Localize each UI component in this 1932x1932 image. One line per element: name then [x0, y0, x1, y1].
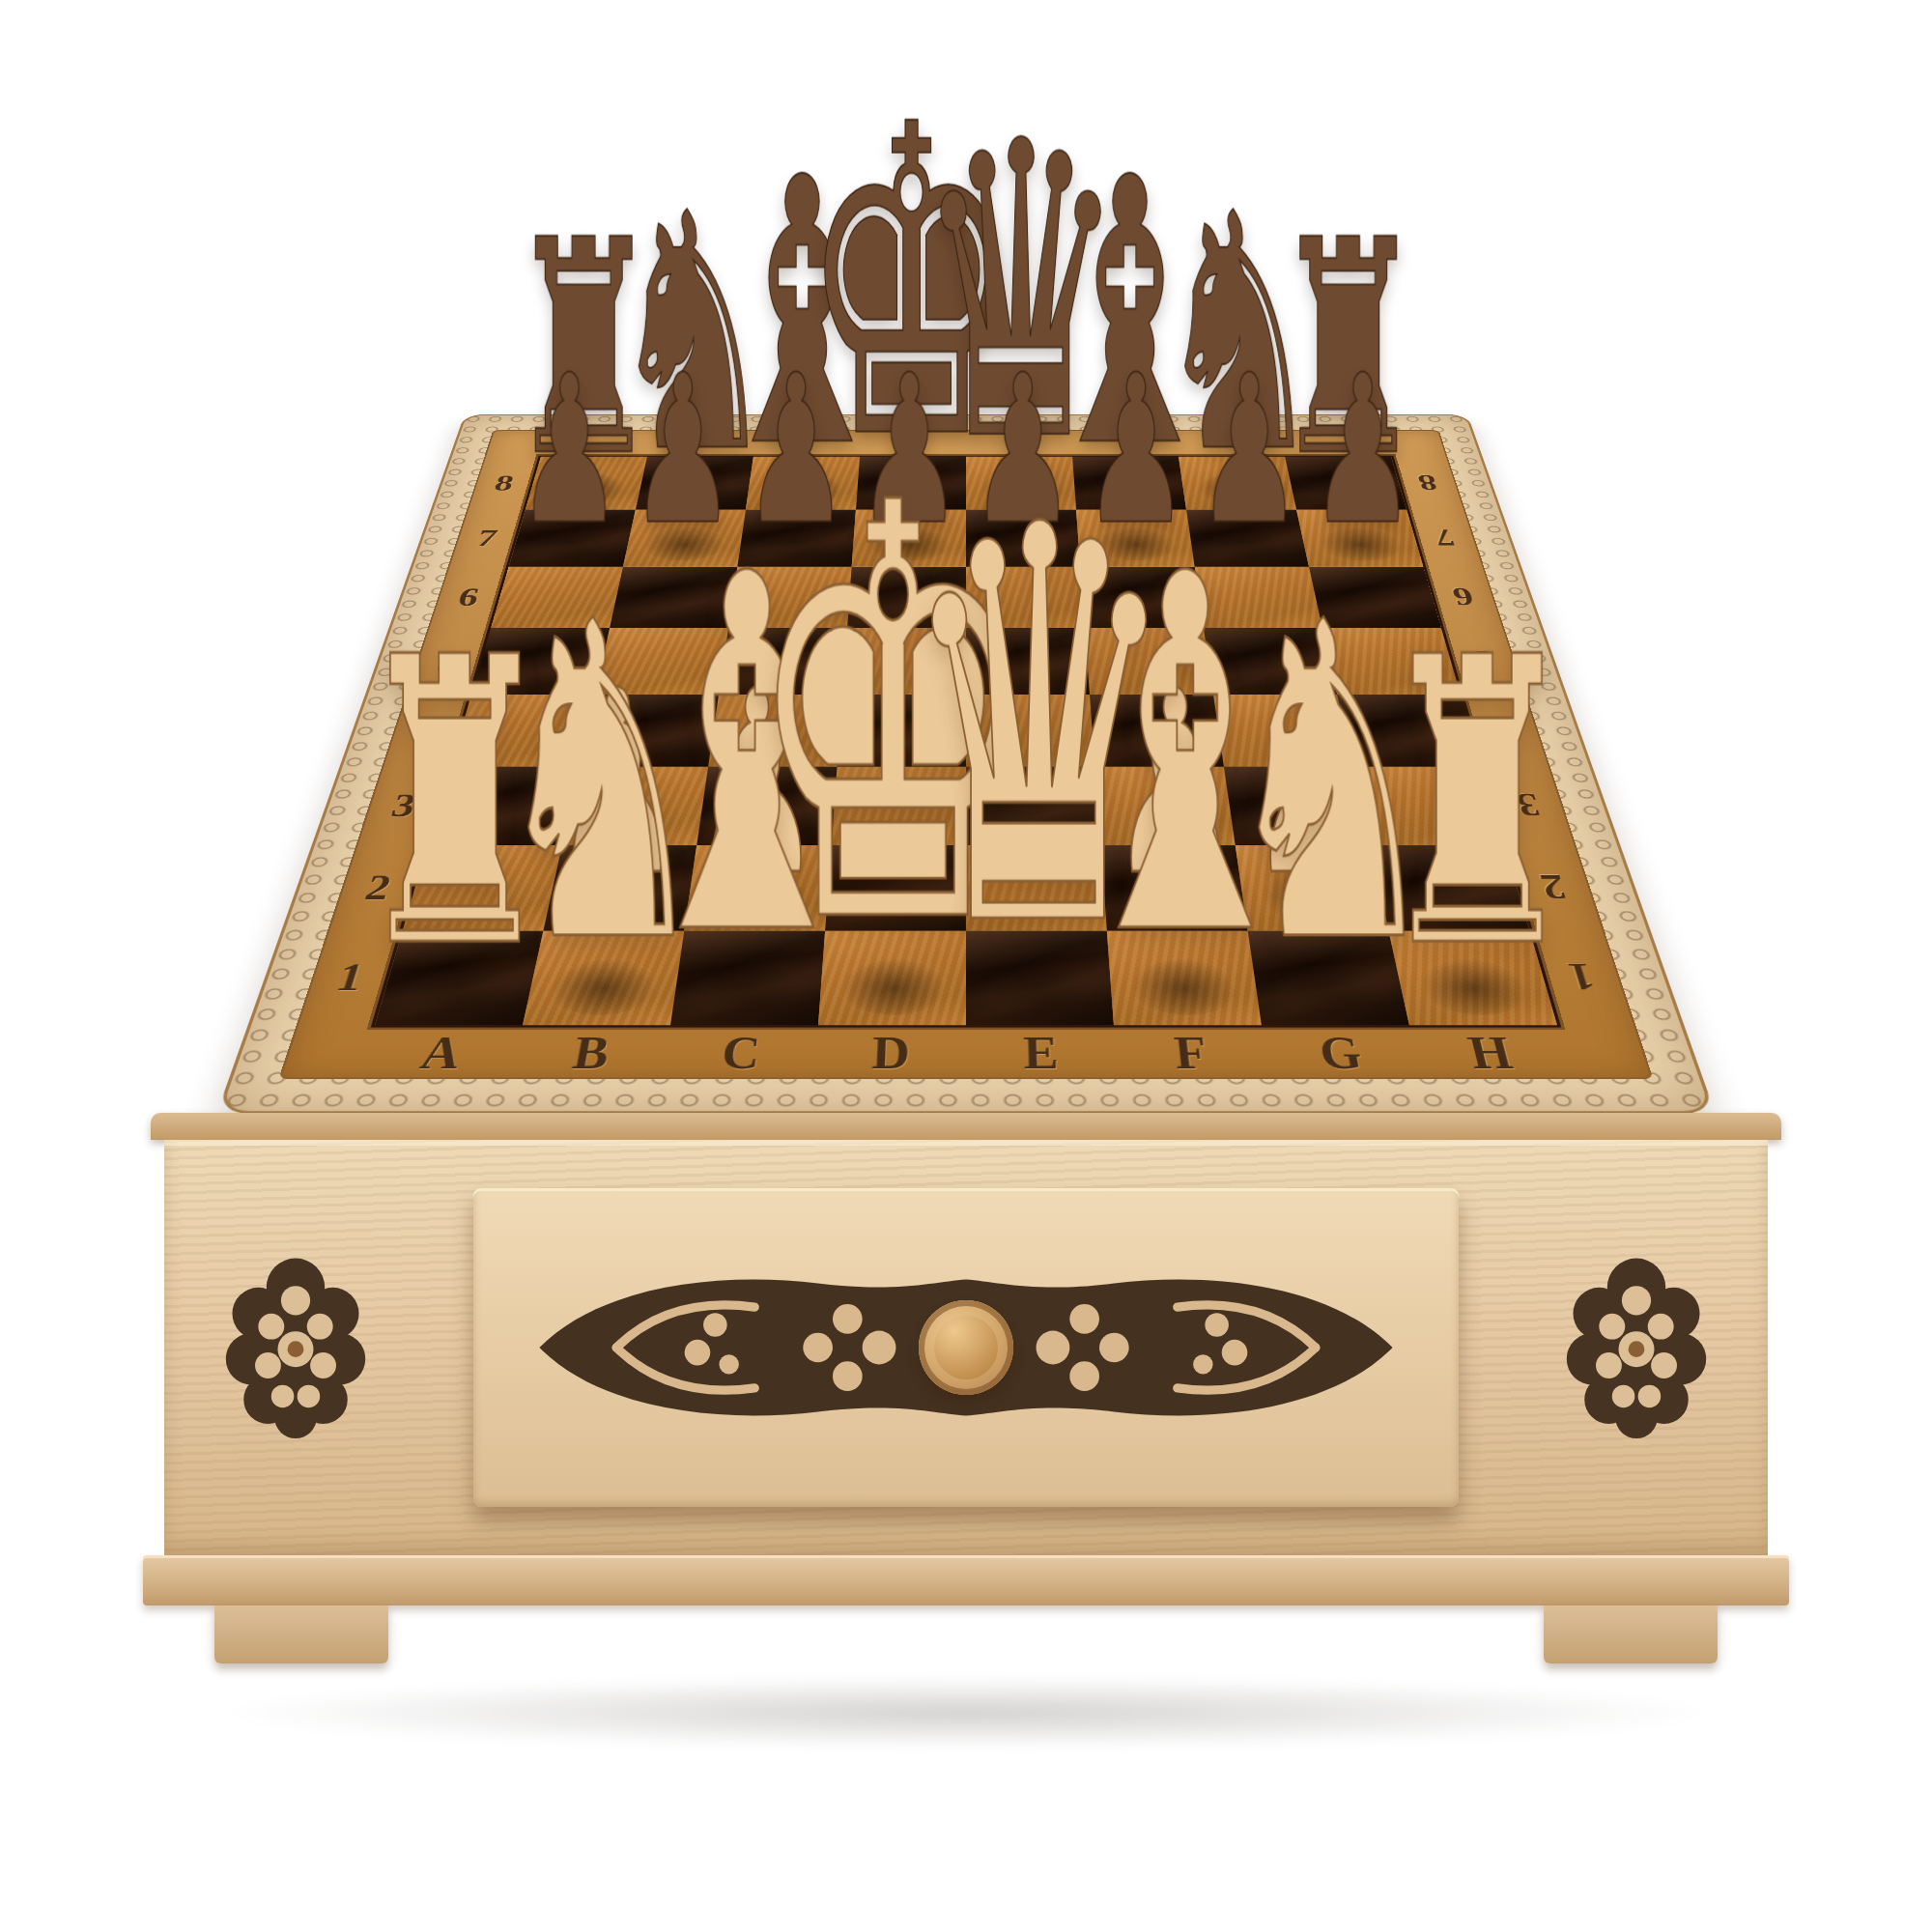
file-label: B	[526, 1025, 655, 1080]
file-label: H	[1424, 1025, 1558, 1080]
file-label: E	[980, 1025, 1102, 1080]
drawer-knob[interactable]	[919, 1300, 1013, 1395]
file-label: C	[677, 1025, 803, 1080]
box-foot-right	[1544, 1605, 1718, 1663]
box-foot-left	[214, 1605, 388, 1663]
light-rook-h1[interactable]: ♜	[1290, 608, 1665, 1003]
chess-board: 87654321 87654321 ABCDEFGH ♜♞♝♚♛♝♞♜♟♟♟♟♟…	[216, 414, 1716, 1114]
square-h1[interactable]: ♜	[1389, 931, 1557, 1025]
floral-medallion-left	[214, 1239, 377, 1456]
box-top-lip	[151, 1113, 1781, 1140]
file-label: G	[1276, 1025, 1406, 1080]
file-label: A	[374, 1025, 508, 1080]
product-photo: 87654321 87654321 ABCDEFGH ♜♞♝♚♛♝♞♜♟♟♟♟♟…	[0, 0, 1932, 1932]
ground-shadow	[213, 1677, 1719, 1748]
floral-medallion-right	[1555, 1239, 1718, 1456]
board-grid: ♜♞♝♚♛♝♞♜♟♟♟♟♟♟♟♟♟♟♟♟♜♞♝♚♛♝♞♜	[375, 457, 1557, 1025]
storage-box	[126, 1113, 1806, 1663]
board-frame: 87654321 87654321 ABCDEFGH ♜♞♝♚♛♝♞♜♟♟♟♟♟…	[278, 430, 1653, 1079]
box-feet	[126, 1605, 1806, 1663]
drawer-panel[interactable]	[473, 1188, 1459, 1507]
file-label: D	[830, 1025, 952, 1080]
file-labels: ABCDEFGH	[359, 1027, 1573, 1079]
box-front-face	[164, 1140, 1768, 1555]
file-label: F	[1128, 1025, 1254, 1080]
box-plinth	[143, 1555, 1789, 1605]
